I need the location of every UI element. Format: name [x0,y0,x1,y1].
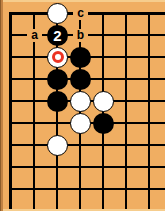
intersection-r6-c5 [92,112,115,134]
intersection-r4-c2 [23,68,46,90]
intersection-r8-c4 [69,156,92,178]
intersection-r5-c2 [23,90,46,112]
intersection-r9-c7 [138,178,161,200]
white-stone [47,135,68,156]
board-left-border [0,0,3,211]
stone-number: 2 [47,25,68,46]
intersection-r9-c4 [69,178,92,200]
intersection-r4-c4 [69,68,92,90]
intersection-r3-c2 [23,46,46,68]
intersection-r3-c1 [0,46,23,68]
black-stone [70,47,91,68]
intersection-r9-c1 [0,178,23,200]
intersection-r3-c5 [92,46,115,68]
white-stone [70,113,91,134]
intersection-r8-c2 [23,156,46,178]
intersection-r4-c6 [115,68,138,90]
black-stone [47,69,68,90]
white-stone [47,3,68,24]
intersection-r5-c7 [138,90,161,112]
intersection-r9-c2 [23,178,46,200]
intersection-r1-c5 [92,2,115,24]
intersection-r7-c5 [92,134,115,156]
intersection-r3-c6 [115,46,138,68]
intersection-r7-c1 [0,134,23,156]
intersection-r2-c1 [0,24,23,46]
intersection-r1-c1 [0,2,23,24]
white-stone [70,91,91,112]
intersection-r2-c2: a [23,24,46,46]
black-stone [93,113,114,134]
intersection-r9-c6 [115,178,138,200]
intersection-r8-c5 [92,156,115,178]
intersection-r8-c1 [0,156,23,178]
point-label-c: c [73,7,88,20]
intersection-r5-c6 [115,90,138,112]
intersection-r9-c5 [92,178,115,200]
intersection-r7-c4 [69,134,92,156]
intersection-r1-c3 [46,2,69,24]
intersection-r6-c4 [69,112,92,134]
intersection-r4-c3 [46,68,69,90]
marked-white-stone [47,47,68,68]
numbered-black-stone: 2 [47,25,68,46]
intersection-r1-c6 [115,2,138,24]
intersection-r5-c5 [92,90,115,112]
intersection-r6-c3 [46,112,69,134]
intersection-r2-c3: 2 [46,24,69,46]
intersection-r6-c1 [0,112,23,134]
intersection-r7-c2 [23,134,46,156]
intersection-r2-c5 [92,24,115,46]
red-circle-mark-icon [52,51,64,63]
intersection-r1-c7 [138,2,161,24]
board-lines-right-extension [161,2,165,200]
intersection-r6-c7 [138,112,161,134]
intersection-r5-c4 [69,90,92,112]
intersection-r7-c7 [138,134,161,156]
white-stone [93,91,114,112]
intersection-r7-c6 [115,134,138,156]
board-bottom-highlight [3,209,165,211]
intersection-r5-c1 [0,90,23,112]
go-board: ca2b [0,2,161,200]
point-label-b: b [73,29,88,42]
intersection-r3-c3 [46,46,69,68]
black-stone [47,91,68,112]
go-diagram: ca2b [0,0,165,211]
intersection-r8-c3 [46,156,69,178]
intersection-r4-c5 [92,68,115,90]
intersection-r2-c6 [115,24,138,46]
intersection-r6-c2 [23,112,46,134]
intersection-r2-c7 [138,24,161,46]
intersection-r3-c4 [69,46,92,68]
board-top-highlight [3,0,165,2]
point-label-a: a [27,29,42,42]
intersection-r4-c7 [138,68,161,90]
intersection-r5-c3 [46,90,69,112]
intersection-r7-c3 [46,134,69,156]
intersection-r6-c6 [115,112,138,134]
intersection-r8-c6 [115,156,138,178]
intersection-r9-c3 [46,178,69,200]
intersection-r1-c2 [23,2,46,24]
intersection-r3-c7 [138,46,161,68]
intersection-r4-c1 [0,68,23,90]
intersection-r1-c4: c [69,2,92,24]
intersection-r8-c7 [138,156,161,178]
intersection-r2-c4: b [69,24,92,46]
black-stone [70,69,91,90]
